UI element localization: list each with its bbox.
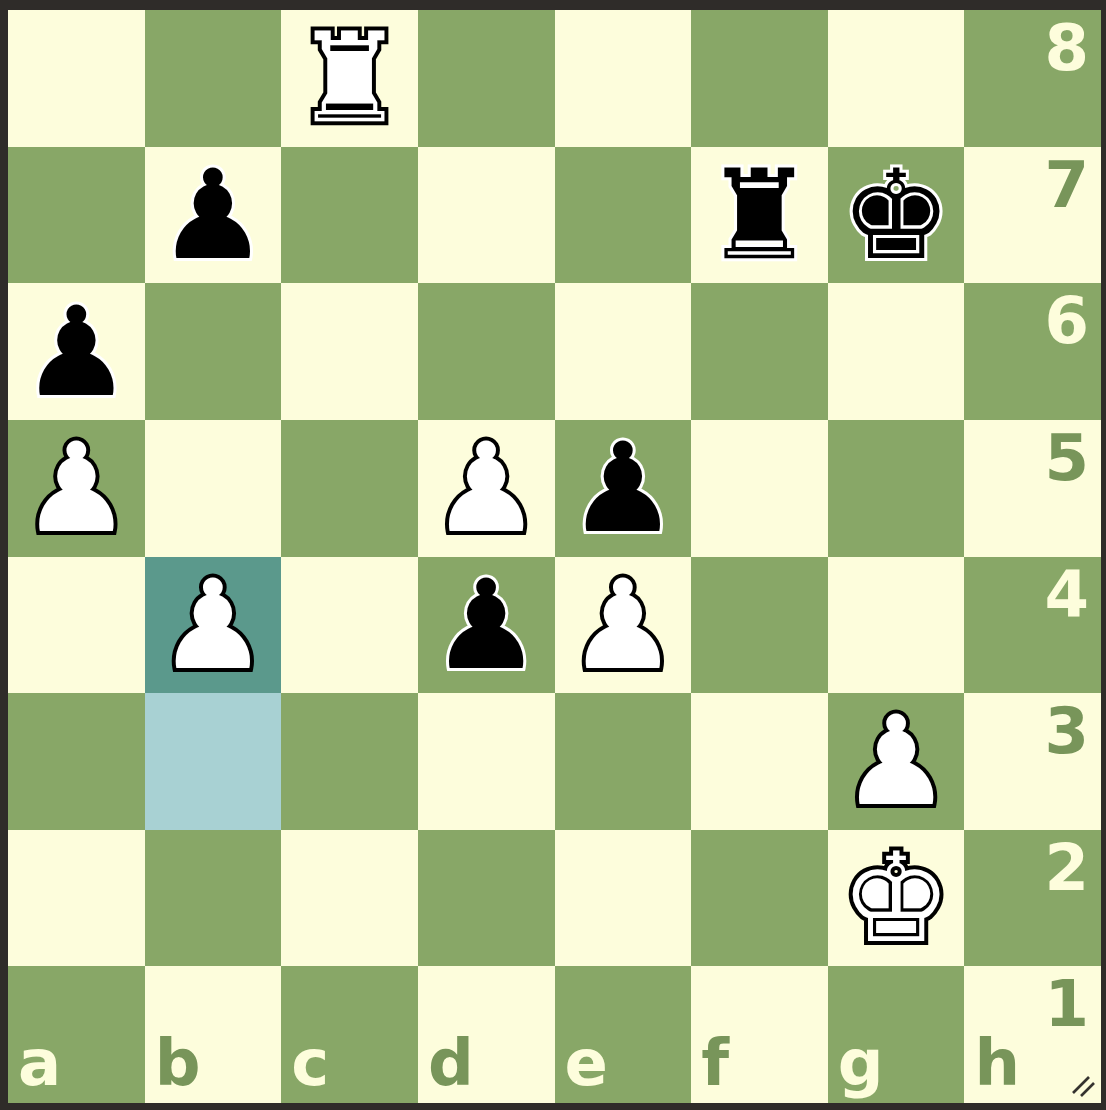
square-b7[interactable]: ♟♟ xyxy=(145,147,282,284)
square-d2[interactable] xyxy=(418,830,555,967)
square-c6[interactable] xyxy=(281,283,418,420)
square-d6[interactable] xyxy=(418,283,555,420)
square-e3[interactable] xyxy=(555,693,692,830)
square-b5[interactable] xyxy=(145,420,282,557)
chess-board: ♜♜8♟♟♜♜♚♚7♟♟6♟♟♟♟♟♟5♟♟♟♟♟♟4♟♟3♚♚2abcdefg… xyxy=(8,10,1101,1103)
square-h7[interactable]: 7 xyxy=(964,147,1101,284)
square-c3[interactable] xyxy=(281,693,418,830)
square-f6[interactable] xyxy=(691,283,828,420)
piece-fill: ♟ xyxy=(419,558,553,692)
piece-fill: ♜ xyxy=(692,148,826,282)
black-pawn-icon[interactable]: ♟♟ xyxy=(9,285,143,419)
coord-rank-7: 7 xyxy=(1044,153,1089,217)
square-h8[interactable]: 8 xyxy=(964,10,1101,147)
square-d4[interactable]: ♟♟ xyxy=(418,557,555,694)
coord-rank-5: 5 xyxy=(1044,426,1089,490)
square-e1[interactable]: e xyxy=(555,966,692,1103)
black-pawn-icon[interactable]: ♟♟ xyxy=(146,148,280,282)
square-h5[interactable]: 5 xyxy=(964,420,1101,557)
white-pawn-icon[interactable]: ♟♟ xyxy=(419,421,553,555)
square-b8[interactable] xyxy=(145,10,282,147)
white-pawn-icon[interactable]: ♟♟ xyxy=(556,558,690,692)
coord-rank-4: 4 xyxy=(1044,563,1089,627)
square-g1[interactable]: g xyxy=(828,966,965,1103)
white-pawn-icon[interactable]: ♟♟ xyxy=(9,421,143,555)
square-g5[interactable] xyxy=(828,420,965,557)
piece-fill: ♚ xyxy=(829,831,963,965)
coord-file-g: g xyxy=(838,1031,884,1095)
piece-fill: ♟ xyxy=(146,148,280,282)
square-b3[interactable] xyxy=(145,693,282,830)
piece-fill: ♚ xyxy=(829,148,963,282)
square-f2[interactable] xyxy=(691,830,828,967)
square-h2[interactable]: 2 xyxy=(964,830,1101,967)
square-c8[interactable]: ♜♜ xyxy=(281,10,418,147)
square-g8[interactable] xyxy=(828,10,965,147)
coord-rank-8: 8 xyxy=(1044,16,1089,80)
square-h6[interactable]: 6 xyxy=(964,283,1101,420)
square-e6[interactable] xyxy=(555,283,692,420)
piece-fill: ♟ xyxy=(9,421,143,555)
piece-fill: ♟ xyxy=(419,421,553,555)
piece-fill: ♟ xyxy=(556,421,690,555)
square-b1[interactable]: b xyxy=(145,966,282,1103)
square-b6[interactable] xyxy=(145,283,282,420)
white-rook-icon[interactable]: ♜♜ xyxy=(283,11,417,145)
square-e4[interactable]: ♟♟ xyxy=(555,557,692,694)
white-pawn-icon[interactable]: ♟♟ xyxy=(829,694,963,828)
white-king-icon[interactable]: ♚♚ xyxy=(829,831,963,965)
coord-file-d: d xyxy=(428,1031,474,1095)
square-e7[interactable] xyxy=(555,147,692,284)
square-c2[interactable] xyxy=(281,830,418,967)
coord-file-e: e xyxy=(565,1031,608,1095)
square-f4[interactable] xyxy=(691,557,828,694)
square-e2[interactable] xyxy=(555,830,692,967)
square-c5[interactable] xyxy=(281,420,418,557)
square-h4[interactable]: 4 xyxy=(964,557,1101,694)
square-g2[interactable]: ♚♚ xyxy=(828,830,965,967)
square-f8[interactable] xyxy=(691,10,828,147)
coord-rank-6: 6 xyxy=(1044,289,1089,353)
square-f3[interactable] xyxy=(691,693,828,830)
white-pawn-icon[interactable]: ♟♟ xyxy=(146,558,280,692)
square-d3[interactable] xyxy=(418,693,555,830)
square-c7[interactable] xyxy=(281,147,418,284)
square-e8[interactable] xyxy=(555,10,692,147)
coord-file-c: c xyxy=(291,1031,329,1095)
black-king-icon[interactable]: ♚♚ xyxy=(829,148,963,282)
coord-file-a: a xyxy=(18,1031,61,1095)
square-h1[interactable]: 1h xyxy=(964,966,1101,1103)
square-d8[interactable] xyxy=(418,10,555,147)
piece-fill: ♜ xyxy=(283,11,417,145)
coord-file-f: f xyxy=(701,1031,729,1095)
piece-fill: ♟ xyxy=(9,285,143,419)
square-a1[interactable]: a xyxy=(8,966,145,1103)
square-e5[interactable]: ♟♟ xyxy=(555,420,692,557)
square-a2[interactable] xyxy=(8,830,145,967)
square-a3[interactable] xyxy=(8,693,145,830)
square-f5[interactable] xyxy=(691,420,828,557)
square-a5[interactable]: ♟♟ xyxy=(8,420,145,557)
square-f1[interactable]: f xyxy=(691,966,828,1103)
piece-fill: ♟ xyxy=(829,694,963,828)
piece-fill: ♟ xyxy=(146,558,280,692)
resize-handle-icon[interactable] xyxy=(1069,1071,1095,1097)
square-g6[interactable] xyxy=(828,283,965,420)
square-b4[interactable]: ♟♟ xyxy=(145,557,282,694)
square-a7[interactable] xyxy=(8,147,145,284)
square-b2[interactable] xyxy=(145,830,282,967)
square-d7[interactable] xyxy=(418,147,555,284)
black-rook-icon[interactable]: ♜♜ xyxy=(692,148,826,282)
square-c1[interactable]: c xyxy=(281,966,418,1103)
square-d1[interactable]: d xyxy=(418,966,555,1103)
square-g3[interactable]: ♟♟ xyxy=(828,693,965,830)
coord-rank-1: 1 xyxy=(1044,972,1089,1036)
black-pawn-icon[interactable]: ♟♟ xyxy=(556,421,690,555)
coord-rank-3: 3 xyxy=(1044,699,1089,763)
square-c4[interactable] xyxy=(281,557,418,694)
coord-file-b: b xyxy=(155,1031,201,1095)
square-g7[interactable]: ♚♚ xyxy=(828,147,965,284)
square-g4[interactable] xyxy=(828,557,965,694)
coord-rank-2: 2 xyxy=(1044,836,1089,900)
board-frame: ♜♜8♟♟♜♜♚♚7♟♟6♟♟♟♟♟♟5♟♟♟♟♟♟4♟♟3♚♚2abcdefg… xyxy=(0,0,1106,1110)
coord-file-h: h xyxy=(974,1031,1020,1095)
square-a8[interactable] xyxy=(8,10,145,147)
square-a4[interactable] xyxy=(8,557,145,694)
square-a6[interactable]: ♟♟ xyxy=(8,283,145,420)
piece-fill: ♟ xyxy=(556,558,690,692)
black-pawn-icon[interactable]: ♟♟ xyxy=(419,558,553,692)
square-h3[interactable]: 3 xyxy=(964,693,1101,830)
square-d5[interactable]: ♟♟ xyxy=(418,420,555,557)
square-f7[interactable]: ♜♜ xyxy=(691,147,828,284)
